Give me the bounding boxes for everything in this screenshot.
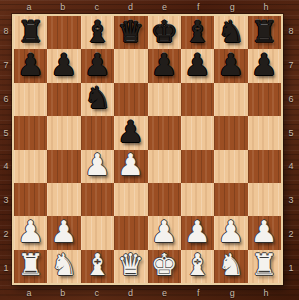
square-h2[interactable]: ♟ [248, 216, 281, 249]
square-g3[interactable] [214, 183, 247, 216]
square-d7[interactable] [114, 49, 147, 82]
square-c5[interactable] [81, 116, 114, 149]
rank-label-left-6: 6 [0, 82, 12, 116]
square-c2[interactable] [81, 216, 114, 249]
black-bishop-c8[interactable]: ♝ [84, 17, 111, 47]
file-label-top-f: f [181, 0, 215, 14]
rank-label-left-8: 8 [0, 14, 12, 48]
white-rook-h1[interactable]: ♜ [251, 250, 278, 280]
square-h8[interactable]: ♜ [248, 16, 281, 49]
white-pawn-a2[interactable]: ♟ [17, 217, 44, 247]
square-f7[interactable]: ♟ [181, 49, 214, 82]
rank-label-left-2: 2 [0, 217, 12, 251]
black-pawn-a7[interactable]: ♟ [17, 50, 44, 80]
square-f8[interactable]: ♝ [181, 16, 214, 49]
square-d4[interactable]: ♟ [114, 150, 147, 183]
black-pawn-c7[interactable]: ♟ [84, 50, 111, 80]
black-knight-c6[interactable]: ♞ [84, 83, 111, 113]
square-d6[interactable] [114, 83, 147, 116]
white-bishop-f1[interactable]: ♝ [184, 250, 211, 280]
file-label-bottom-b: b [46, 285, 80, 300]
file-label-top-d: d [114, 0, 148, 14]
square-b4[interactable] [47, 150, 80, 183]
rank-label-right-4: 4 [283, 150, 299, 184]
rank-label-left-1: 1 [0, 251, 12, 285]
file-label-bottom-h: h [249, 285, 283, 300]
square-e8[interactable]: ♚ [148, 16, 181, 49]
square-g2[interactable]: ♟ [214, 216, 247, 249]
file-label-top-c: c [80, 0, 114, 14]
white-king-e1[interactable]: ♚ [151, 250, 178, 280]
file-label-top-a: a [12, 0, 46, 14]
square-b5[interactable] [47, 116, 80, 149]
rank-label-left-5: 5 [0, 116, 12, 150]
square-g8[interactable]: ♞ [214, 16, 247, 49]
square-f3[interactable] [181, 183, 214, 216]
square-c1[interactable]: ♝ [81, 250, 114, 283]
file-label-bottom-g: g [215, 285, 249, 300]
square-b2[interactable]: ♟ [47, 216, 80, 249]
black-pawn-g7[interactable]: ♟ [217, 50, 244, 80]
square-a1[interactable]: ♜ [14, 250, 47, 283]
file-label-bottom-d: d [114, 285, 148, 300]
square-e5[interactable] [148, 116, 181, 149]
square-h3[interactable] [248, 183, 281, 216]
square-f4[interactable] [181, 150, 214, 183]
square-d3[interactable] [114, 183, 147, 216]
square-e2[interactable]: ♟ [148, 216, 181, 249]
square-e6[interactable] [148, 83, 181, 116]
file-labels-top: abcdefgh [12, 0, 283, 14]
square-c6[interactable]: ♞ [81, 83, 114, 116]
white-knight-b1[interactable]: ♞ [51, 250, 78, 280]
square-d2[interactable] [114, 216, 147, 249]
black-queen-d8[interactable]: ♛ [117, 17, 144, 47]
square-c8[interactable]: ♝ [81, 16, 114, 49]
square-h1[interactable]: ♜ [248, 250, 281, 283]
square-h7[interactable]: ♟ [248, 49, 281, 82]
white-pawn-h2[interactable]: ♟ [251, 217, 278, 247]
square-f1[interactable]: ♝ [181, 250, 214, 283]
square-a5[interactable] [14, 116, 47, 149]
black-bishop-f8[interactable]: ♝ [184, 17, 211, 47]
file-label-top-e: e [148, 0, 182, 14]
chess-board[interactable]: ♜♝♛♚♝♞♜♟♟♟♟♟♟♟♞♟♟♟♟♟♟♟♟♟♜♞♝♛♚♝♞♜ [12, 14, 283, 285]
square-d1[interactable]: ♛ [114, 250, 147, 283]
rank-label-right-3: 3 [283, 183, 299, 217]
white-rook-a1[interactable]: ♜ [17, 250, 44, 280]
square-d8[interactable]: ♛ [114, 16, 147, 49]
square-b8[interactable] [47, 16, 80, 49]
rank-label-right-7: 7 [283, 48, 299, 82]
square-g4[interactable] [214, 150, 247, 183]
square-h5[interactable] [248, 116, 281, 149]
square-f2[interactable]: ♟ [181, 216, 214, 249]
square-f6[interactable] [181, 83, 214, 116]
file-label-top-h: h [249, 0, 283, 14]
square-a2[interactable]: ♟ [14, 216, 47, 249]
black-pawn-f7[interactable]: ♟ [184, 50, 211, 80]
square-c3[interactable] [81, 183, 114, 216]
black-rook-a8[interactable]: ♜ [17, 17, 44, 47]
white-queen-d1[interactable]: ♛ [117, 250, 144, 280]
square-a7[interactable]: ♟ [14, 49, 47, 82]
square-e7[interactable]: ♟ [148, 49, 181, 82]
square-h4[interactable] [248, 150, 281, 183]
square-b1[interactable]: ♞ [47, 250, 80, 283]
rank-label-left-4: 4 [0, 150, 12, 184]
square-d5[interactable]: ♟ [114, 116, 147, 149]
white-pawn-d4[interactable]: ♟ [117, 150, 144, 180]
rank-label-right-6: 6 [283, 82, 299, 116]
square-g7[interactable]: ♟ [214, 49, 247, 82]
rank-label-right-2: 2 [283, 217, 299, 251]
square-h6[interactable] [248, 83, 281, 116]
square-a6[interactable] [14, 83, 47, 116]
square-c4[interactable]: ♟ [81, 150, 114, 183]
square-f5[interactable] [181, 116, 214, 149]
chessboard-scene: abcdefgh 87654321 ♜♝♛♚♝♞♜♟♟♟♟♟♟♟♞♟♟♟♟♟♟♟… [0, 0, 299, 300]
square-b7[interactable]: ♟ [47, 49, 80, 82]
black-pawn-d5[interactable]: ♟ [117, 117, 144, 147]
file-labels-bottom: abcdefgh [12, 285, 283, 300]
rank-label-right-5: 5 [283, 116, 299, 150]
file-label-bottom-c: c [80, 285, 114, 300]
square-e4[interactable] [148, 150, 181, 183]
white-pawn-e2[interactable]: ♟ [151, 217, 178, 247]
square-a3[interactable] [14, 183, 47, 216]
white-knight-g1[interactable]: ♞ [217, 250, 244, 280]
rank-labels-left: 87654321 [0, 14, 12, 285]
white-pawn-g2[interactable]: ♟ [217, 217, 244, 247]
white-pawn-b2[interactable]: ♟ [51, 217, 78, 247]
rank-label-left-3: 3 [0, 183, 12, 217]
file-label-bottom-f: f [181, 285, 215, 300]
rank-label-right-8: 8 [283, 14, 299, 48]
rank-label-right-1: 1 [283, 251, 299, 285]
black-pawn-h7[interactable]: ♟ [251, 50, 278, 80]
square-g1[interactable]: ♞ [214, 250, 247, 283]
black-pawn-e7[interactable]: ♟ [151, 50, 178, 80]
white-pawn-c4[interactable]: ♟ [84, 150, 111, 180]
black-king-e8[interactable]: ♚ [151, 17, 178, 47]
white-bishop-c1[interactable]: ♝ [84, 250, 111, 280]
square-g5[interactable] [214, 116, 247, 149]
square-c7[interactable]: ♟ [81, 49, 114, 82]
file-label-top-g: g [215, 0, 249, 14]
rank-labels-right: 87654321 [283, 14, 299, 285]
square-g6[interactable] [214, 83, 247, 116]
white-pawn-f2[interactable]: ♟ [184, 217, 211, 247]
file-label-bottom-a: a [12, 285, 46, 300]
black-pawn-b7[interactable]: ♟ [51, 50, 78, 80]
square-b6[interactable] [47, 83, 80, 116]
square-a4[interactable] [14, 150, 47, 183]
rank-label-left-7: 7 [0, 48, 12, 82]
black-rook-h8[interactable]: ♜ [251, 17, 278, 47]
square-e3[interactable] [148, 183, 181, 216]
file-label-top-b: b [46, 0, 80, 14]
square-e1[interactable]: ♚ [148, 250, 181, 283]
square-a8[interactable]: ♜ [14, 16, 47, 49]
square-b3[interactable] [47, 183, 80, 216]
black-knight-g8[interactable]: ♞ [217, 17, 244, 47]
file-label-bottom-e: e [148, 285, 182, 300]
